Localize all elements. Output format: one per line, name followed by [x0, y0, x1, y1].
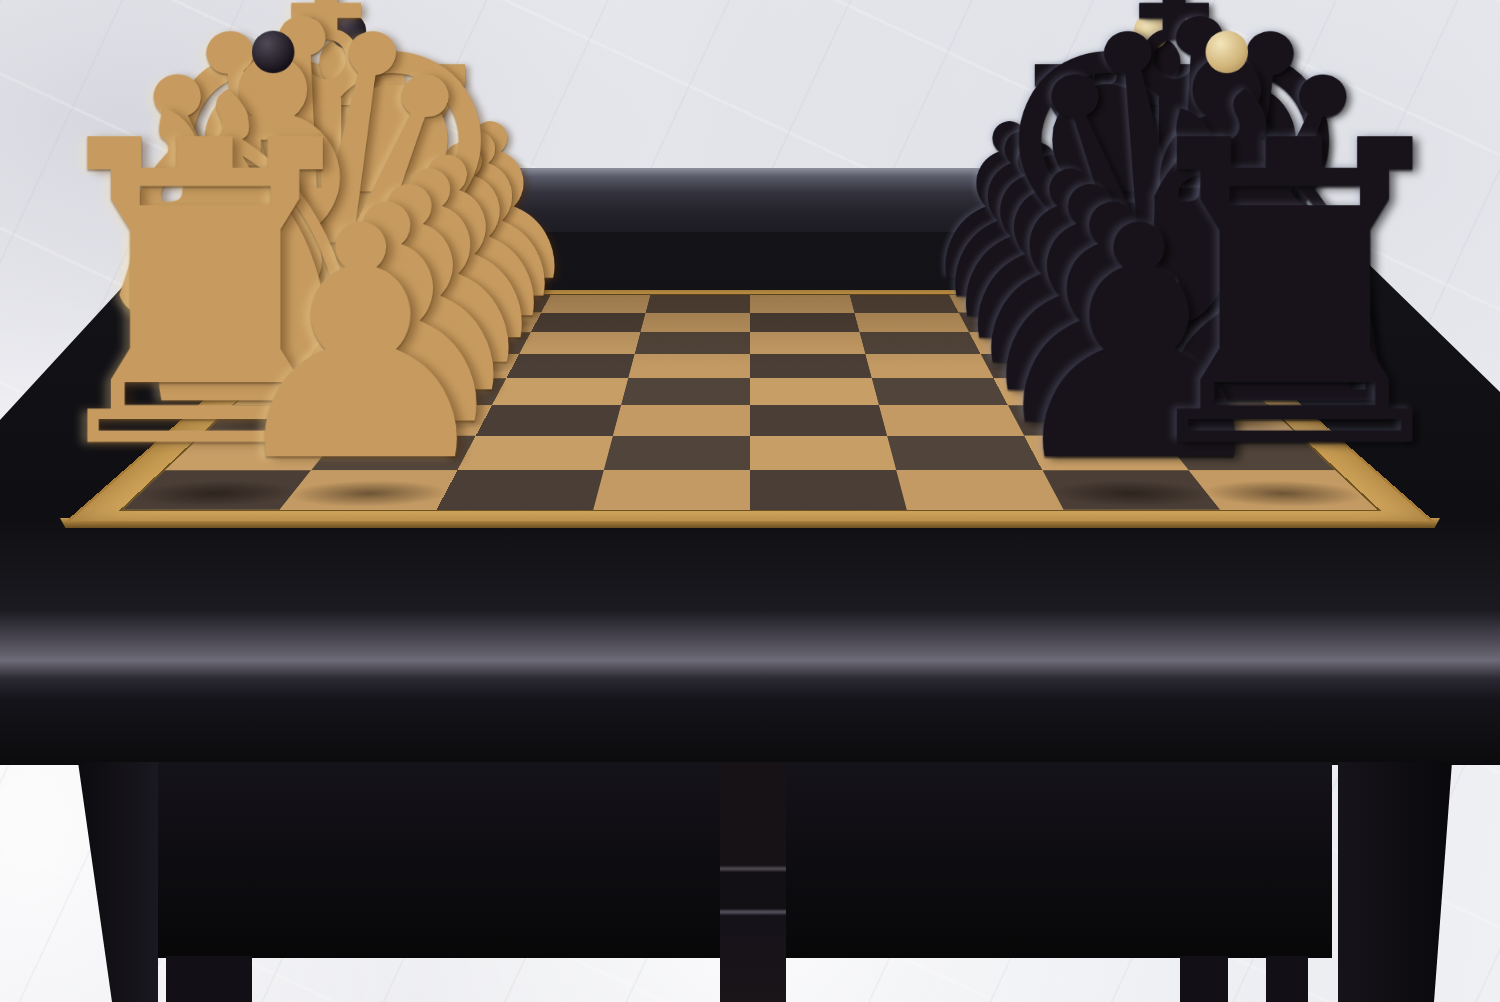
table-rear-leg — [166, 956, 252, 1002]
table-back-rim — [0, 168, 1500, 232]
board-frame-front-edge — [60, 518, 1440, 528]
table-rear-leg — [1266, 956, 1308, 1002]
table-top — [0, 168, 1500, 765]
table-leg-right — [1338, 762, 1452, 1002]
table-stretcher-post — [720, 762, 786, 1002]
table-rear-leg — [1180, 956, 1228, 1002]
